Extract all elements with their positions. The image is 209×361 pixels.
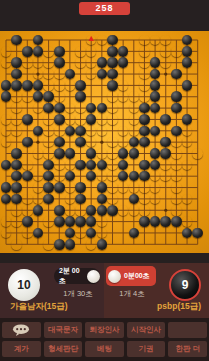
white-stone	[129, 182, 140, 193]
white-stone	[118, 80, 129, 91]
white-stone	[107, 182, 118, 193]
black-stone	[97, 239, 108, 250]
white-stone	[75, 103, 86, 114]
black-stone	[33, 80, 44, 91]
white-stone	[139, 69, 150, 80]
black-stone	[11, 160, 22, 171]
black-stone	[54, 148, 65, 159]
chat-button[interactable]	[2, 322, 41, 338]
black-stone	[11, 148, 22, 159]
black-stone	[54, 182, 65, 193]
go-app-screen: 258 ▲ 10 9 2분 00초 0분00초 1개 30초 1개 4초 가을남…	[0, 0, 209, 361]
position-judge-button[interactable]: 형세판단	[44, 341, 83, 357]
black-stone	[171, 126, 182, 137]
black-stone	[75, 91, 86, 102]
white-stone	[192, 148, 203, 159]
white-stone	[107, 137, 118, 148]
black-stone	[11, 182, 22, 193]
white-stone	[107, 91, 118, 102]
white-player-timer: 2분 00초	[54, 268, 100, 284]
black-stone	[150, 148, 161, 159]
white-stone	[97, 114, 108, 125]
white-stone	[86, 239, 97, 250]
white-stone	[43, 80, 54, 91]
black-stone	[75, 160, 86, 171]
leave-greeting-button[interactable]: 퇴장인사	[85, 322, 124, 338]
white-stone	[54, 171, 65, 182]
white-stone	[75, 46, 86, 57]
white-stone	[33, 182, 44, 193]
black-stone	[1, 182, 12, 193]
black-stone	[1, 80, 12, 91]
black-stone	[139, 160, 150, 171]
black-stone	[160, 114, 171, 125]
black-stone	[139, 114, 150, 125]
black-stone	[54, 103, 65, 114]
black-stone	[75, 194, 86, 205]
count-score-button[interactable]: 계가	[2, 341, 41, 357]
white-stone	[54, 69, 65, 80]
white-stone	[11, 239, 22, 250]
chat-bubble-icon	[12, 324, 30, 336]
black-stone	[97, 182, 108, 193]
white-stone	[171, 205, 182, 216]
white-stone	[118, 205, 129, 216]
white-stone	[97, 148, 108, 159]
white-byoyomi-time: 1개 30초	[55, 289, 101, 299]
white-stone	[171, 194, 182, 205]
white-stone	[129, 114, 140, 125]
white-stone	[11, 114, 22, 125]
black-stone	[107, 205, 118, 216]
white-stone	[43, 126, 54, 137]
player-panel: 10 9 2분 00초 0분00초 1개 30초 1개 4초 가을남자(15급)…	[0, 253, 209, 318]
white-stone	[11, 91, 22, 102]
action-button-bar: 대국문자 퇴장인사 시작인사 계가 형세판단 베팅 기권 한판 더	[0, 318, 209, 361]
white-stone	[107, 160, 118, 171]
white-player-name: 가을남자(15급)	[10, 301, 68, 313]
white-stone	[1, 46, 12, 57]
white-stone	[139, 182, 150, 193]
black-stone	[107, 69, 118, 80]
white-stone	[171, 148, 182, 159]
black-player-timer-active: 0분00초	[106, 266, 156, 286]
white-stone	[86, 46, 97, 57]
black-stone	[65, 239, 76, 250]
white-stone	[171, 137, 182, 148]
white-stone	[11, 216, 22, 227]
black-stone	[65, 216, 76, 227]
white-stone	[139, 194, 150, 205]
white-stone	[75, 57, 86, 68]
white-stone	[43, 148, 54, 159]
white-stone	[65, 205, 76, 216]
black-stone	[75, 126, 86, 137]
black-byoyomi-time: 1개 4초	[108, 289, 156, 299]
white-stone	[11, 205, 22, 216]
white-stone	[22, 194, 33, 205]
white-stone	[54, 91, 65, 102]
white-stone	[43, 46, 54, 57]
black-stone	[22, 46, 33, 57]
white-stone	[129, 126, 140, 137]
white-stone	[75, 114, 86, 125]
black-player-stone-counter-active: 9	[169, 269, 201, 301]
move-count-badge: 258	[79, 2, 130, 15]
go-board[interactable]: ▲	[0, 31, 209, 254]
black-stone	[107, 35, 118, 46]
white-stone	[1, 114, 12, 125]
white-stone	[75, 228, 86, 239]
black-stone	[33, 46, 44, 57]
black-stone	[43, 91, 54, 102]
white-stone	[1, 216, 12, 227]
white-stone	[182, 216, 193, 227]
black-stone	[43, 182, 54, 193]
white-stone	[43, 114, 54, 125]
black-stone	[160, 216, 171, 227]
black-stone	[75, 216, 86, 227]
black-stone	[139, 137, 150, 148]
white-stone	[171, 160, 182, 171]
black-stone	[75, 182, 86, 193]
black-stone	[75, 80, 86, 91]
white-stone	[107, 103, 118, 114]
black-stone	[171, 216, 182, 227]
black-stone	[65, 148, 76, 159]
black-stone	[11, 57, 22, 68]
white-stone	[171, 171, 182, 182]
white-stone	[22, 57, 33, 68]
white-stone	[54, 80, 65, 91]
black-stone	[54, 216, 65, 227]
black-stone	[107, 57, 118, 68]
white-stone	[107, 114, 118, 125]
black-stone	[182, 80, 193, 91]
white-stone	[75, 205, 86, 216]
black-stone	[22, 171, 33, 182]
white-stone	[54, 160, 65, 171]
white-stone	[129, 205, 140, 216]
black-stone	[54, 205, 65, 216]
black-stone	[171, 103, 182, 114]
black-timer-stone-icon	[108, 270, 121, 283]
white-stone	[43, 69, 54, 80]
black-stone	[139, 103, 150, 114]
white-stone	[97, 126, 108, 137]
black-stone	[97, 57, 108, 68]
black-stone	[54, 114, 65, 125]
black-stone	[86, 205, 97, 216]
one-more-game-button[interactable]: 한판 더	[168, 341, 207, 357]
black-stone	[22, 216, 33, 227]
black-stone	[43, 160, 54, 171]
black-stone	[171, 91, 182, 102]
white-stone	[22, 228, 33, 239]
white-stone	[107, 194, 118, 205]
white-stone	[160, 160, 171, 171]
white-stone	[11, 126, 22, 137]
white-stone	[65, 80, 76, 91]
black-stone	[182, 114, 193, 125]
black-stone	[129, 148, 140, 159]
white-stone	[43, 239, 54, 250]
resign-button[interactable]: 기권	[127, 341, 166, 357]
white-stone	[139, 35, 150, 46]
black-stone	[97, 205, 108, 216]
white-stone	[107, 148, 118, 159]
white-stone	[160, 46, 171, 57]
black-stone	[22, 137, 33, 148]
white-stone	[139, 80, 150, 91]
black-stone	[54, 57, 65, 68]
black-player-name: psbp(15급)	[157, 301, 201, 313]
white-stone	[22, 91, 33, 102]
black-stone	[54, 137, 65, 148]
white-player-stone-counter: 10	[8, 269, 40, 301]
black-stone	[118, 148, 129, 159]
black-stone	[171, 69, 182, 80]
start-greeting-button[interactable]: 시작인사	[127, 322, 166, 338]
black-stone	[139, 126, 150, 137]
white-stone	[22, 160, 33, 171]
white-stone	[33, 57, 44, 68]
white-stone	[43, 57, 54, 68]
white-stone	[129, 91, 140, 102]
black-stone	[11, 194, 22, 205]
white-stone	[150, 182, 161, 193]
white-stone	[22, 205, 33, 216]
black-stone	[54, 239, 65, 250]
white-main-time: 2분 00초	[59, 266, 84, 286]
white-stone	[160, 57, 171, 68]
white-stone	[97, 216, 108, 227]
black-stone	[22, 80, 33, 91]
black-stone	[139, 216, 150, 227]
white-stone	[139, 91, 150, 102]
black-stone	[33, 205, 44, 216]
white-stone	[54, 126, 65, 137]
betting-button[interactable]: 베팅	[85, 341, 124, 357]
black-stone	[43, 194, 54, 205]
black-stone	[118, 46, 129, 57]
black-stone	[182, 46, 193, 57]
game-chat-button[interactable]: 대국문자	[44, 322, 83, 338]
white-stone	[171, 46, 182, 57]
white-stone	[139, 46, 150, 57]
white-stone	[139, 57, 150, 68]
white-stone-icon	[87, 270, 100, 283]
white-stone	[43, 216, 54, 227]
black-stone	[107, 80, 118, 91]
white-stone	[65, 182, 76, 193]
black-stone	[150, 80, 161, 91]
top-bar: 258	[0, 0, 209, 31]
black-stone	[11, 80, 22, 91]
black-stone	[54, 46, 65, 57]
white-stone	[33, 148, 44, 159]
black-main-time: 0분00초	[124, 271, 150, 281]
white-stone	[65, 114, 76, 125]
white-stone	[139, 205, 150, 216]
black-stone	[22, 114, 33, 125]
white-stone	[171, 182, 182, 193]
black-stone	[11, 35, 22, 46]
black-stone	[107, 46, 118, 57]
black-stone	[192, 228, 203, 239]
black-stone	[160, 148, 171, 159]
blank-button[interactable]	[168, 322, 207, 338]
